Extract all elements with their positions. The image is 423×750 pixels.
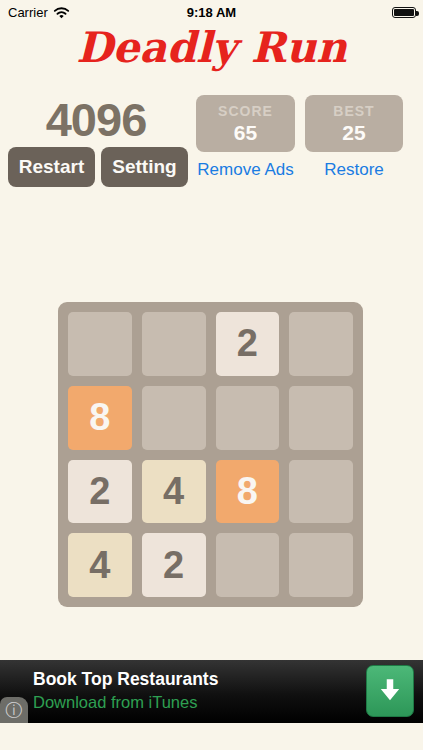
score-box: SCORE 65 bbox=[196, 95, 295, 152]
max-tile-value: 4096 bbox=[10, 92, 182, 147]
ad-subtext: Download from iTunes bbox=[33, 693, 218, 712]
hud-buttons: Restart Setting bbox=[8, 147, 188, 187]
empty-cell bbox=[289, 312, 353, 376]
remove-ads-link[interactable]: Remove Ads bbox=[196, 160, 295, 180]
setting-button[interactable]: Setting bbox=[101, 147, 188, 187]
tile-4: 4 bbox=[68, 533, 132, 597]
empty-cell bbox=[142, 312, 206, 376]
ad-headline: Book Top Restaurants bbox=[33, 669, 218, 690]
best-value: 25 bbox=[305, 121, 403, 145]
empty-cell bbox=[289, 533, 353, 597]
tile-2: 2 bbox=[68, 460, 132, 524]
tile-8: 8 bbox=[216, 460, 280, 524]
ad-info-icon[interactable]: ⓘ bbox=[0, 697, 28, 723]
tile-2: 2 bbox=[216, 312, 280, 376]
game-board[interactable]: 2824842 bbox=[58, 302, 363, 607]
best-box: BEST 25 bbox=[305, 95, 403, 152]
tile-8: 8 bbox=[68, 386, 132, 450]
download-arrow-icon bbox=[377, 677, 403, 706]
empty-cell bbox=[216, 533, 280, 597]
empty-cell bbox=[216, 386, 280, 450]
status-bar: 9:18 AM Carrier bbox=[0, 0, 423, 22]
score-label: SCORE bbox=[196, 103, 295, 119]
app-screen: 9:18 AM Carrier Deadly Run 4096 Restart … bbox=[0, 0, 423, 750]
restore-link[interactable]: Restore bbox=[305, 160, 403, 180]
empty-cell bbox=[289, 460, 353, 524]
tile-4: 4 bbox=[142, 460, 206, 524]
ad-banner[interactable]: Book Top Restaurants Download from iTune… bbox=[0, 660, 423, 723]
page-title: Deadly Run bbox=[0, 22, 423, 74]
tile-2: 2 bbox=[142, 533, 206, 597]
clock-label: 9:18 AM bbox=[0, 5, 423, 20]
score-value: 65 bbox=[196, 121, 295, 145]
empty-cell bbox=[142, 386, 206, 450]
best-label: BEST bbox=[305, 103, 403, 119]
ad-text: Book Top Restaurants Download from iTune… bbox=[33, 669, 218, 712]
battery-icon bbox=[392, 7, 416, 18]
download-button[interactable] bbox=[366, 665, 414, 717]
empty-cell bbox=[68, 312, 132, 376]
empty-cell bbox=[289, 386, 353, 450]
restart-button[interactable]: Restart bbox=[8, 147, 95, 187]
